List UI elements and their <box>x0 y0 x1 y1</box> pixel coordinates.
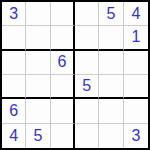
cell-r2c4-empty[interactable] <box>75 26 99 50</box>
cell-r3c1-empty[interactable] <box>2 51 26 75</box>
cell-r4c5-empty[interactable] <box>99 75 123 99</box>
cell-r2c1-empty[interactable] <box>2 26 26 50</box>
cell-r5c5-empty[interactable] <box>99 99 123 123</box>
cell-r6c1-given[interactable]: 4 <box>2 124 26 148</box>
cell-r3c5-empty[interactable] <box>99 51 123 75</box>
cell-r2c6-given[interactable]: 1 <box>124 26 148 50</box>
cell-r4c4-given[interactable]: 5 <box>75 75 99 99</box>
cell-r5c3-empty[interactable] <box>51 99 75 123</box>
cell-r4c6-empty[interactable] <box>124 75 148 99</box>
cell-r1c1-given[interactable]: 3 <box>2 2 26 26</box>
cell-r1c3-empty[interactable] <box>51 2 75 26</box>
cell-r3c4-empty[interactable] <box>75 51 99 75</box>
cell-r1c4-empty[interactable] <box>75 2 99 26</box>
cell-r3c6-empty[interactable] <box>124 51 148 75</box>
cell-r1c5-given[interactable]: 5 <box>99 2 123 26</box>
cell-r1c2-empty[interactable] <box>26 2 50 26</box>
cell-r4c2-empty[interactable] <box>26 75 50 99</box>
cell-r5c4-empty[interactable] <box>75 99 99 123</box>
cell-r5c6-empty[interactable] <box>124 99 148 123</box>
sudoku-board: 3541656453 <box>0 0 150 150</box>
cell-r6c5-empty[interactable] <box>99 124 123 148</box>
cell-r2c5-empty[interactable] <box>99 26 123 50</box>
cell-r4c3-empty[interactable] <box>51 75 75 99</box>
cell-r1c6-given[interactable]: 4 <box>124 2 148 26</box>
cell-r6c3-empty[interactable] <box>51 124 75 148</box>
cell-r6c2-given[interactable]: 5 <box>26 124 50 148</box>
cell-r3c3-given[interactable]: 6 <box>51 51 75 75</box>
cell-r4c1-empty[interactable] <box>2 75 26 99</box>
cell-r2c3-empty[interactable] <box>51 26 75 50</box>
cell-r6c4-empty[interactable] <box>75 124 99 148</box>
cell-r2c2-empty[interactable] <box>26 26 50 50</box>
cell-r5c2-empty[interactable] <box>26 99 50 123</box>
cell-r6c6-given[interactable]: 3 <box>124 124 148 148</box>
cell-r3c2-empty[interactable] <box>26 51 50 75</box>
cell-r5c1-given[interactable]: 6 <box>2 99 26 123</box>
